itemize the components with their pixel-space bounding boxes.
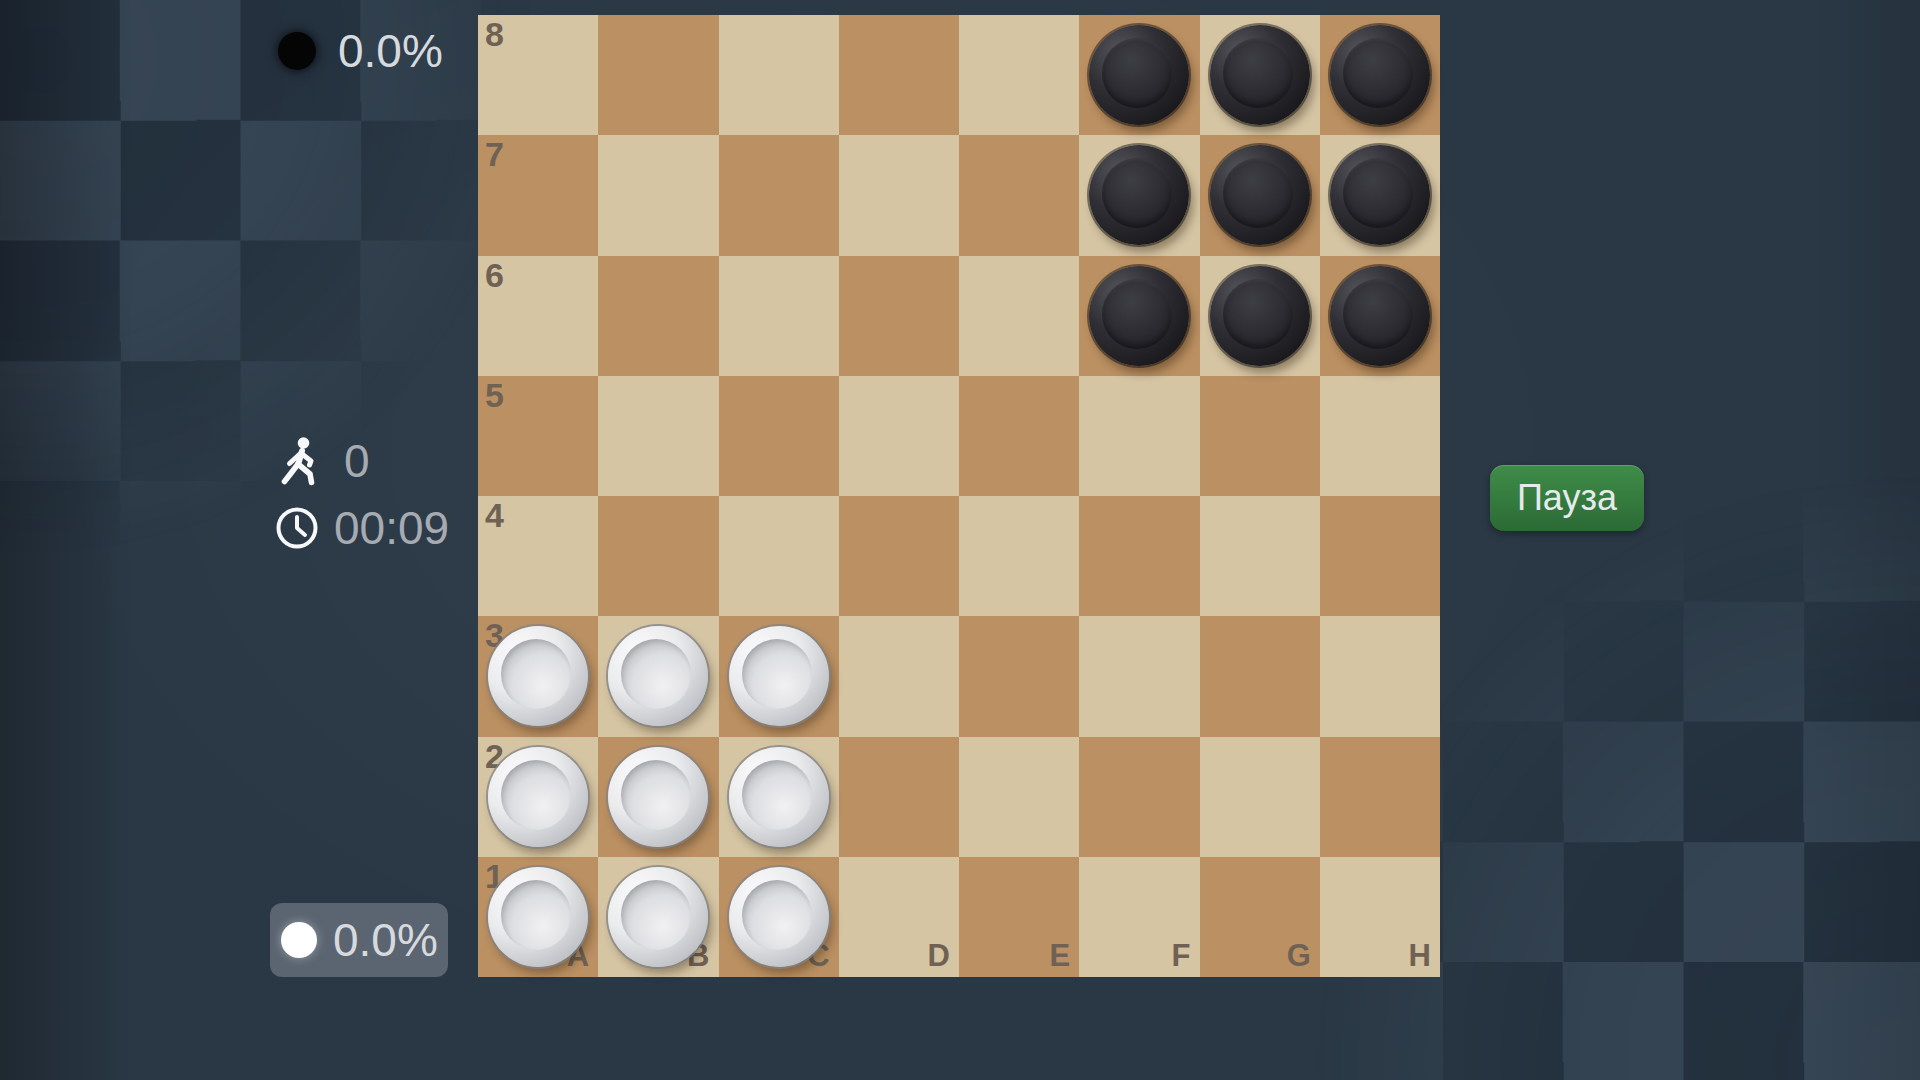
black-player-stats: 0.0% [278,28,443,74]
rank-label: 8 [485,17,504,51]
square-d7[interactable] [839,135,959,255]
square-e5[interactable] [959,376,1079,496]
square-c6[interactable] [719,256,839,376]
white-piece[interactable] [729,626,829,726]
file-label: F [1172,940,1191,971]
square-d1[interactable]: D [839,857,959,977]
square-g7[interactable] [1200,135,1320,255]
square-f3[interactable] [1079,616,1199,736]
square-a3[interactable]: 3 [478,616,598,736]
square-h4[interactable] [1320,496,1440,616]
white-piece[interactable] [608,626,708,726]
black-piece[interactable] [1210,25,1310,125]
square-h3[interactable] [1320,616,1440,736]
white-player-stats: 0.0% [270,903,448,977]
walking-person-icon [278,436,320,486]
clock-icon [275,506,319,550]
square-g2[interactable] [1200,737,1320,857]
square-b6[interactable] [598,256,718,376]
timer-value: 00:09 [334,505,449,551]
black-piece[interactable] [1089,266,1189,366]
black-piece[interactable] [1210,145,1310,245]
square-b3[interactable] [598,616,718,736]
black-piece[interactable] [1330,25,1430,125]
square-e3[interactable] [959,616,1079,736]
square-e2[interactable] [959,737,1079,857]
square-f8[interactable] [1079,15,1199,135]
black-piece[interactable] [1330,145,1430,245]
square-d5[interactable] [839,376,959,496]
square-e6[interactable] [959,256,1079,376]
square-e1[interactable]: E [959,857,1079,977]
square-g5[interactable] [1200,376,1320,496]
square-h2[interactable] [1320,737,1440,857]
white-piece[interactable] [488,626,588,726]
square-c2[interactable] [719,737,839,857]
board: 87654321ABCDEFGH [478,15,1440,977]
square-g1[interactable]: G [1200,857,1320,977]
square-h8[interactable] [1320,15,1440,135]
square-f4[interactable] [1079,496,1199,616]
square-h5[interactable] [1320,376,1440,496]
square-c5[interactable] [719,376,839,496]
square-d4[interactable] [839,496,959,616]
square-h7[interactable] [1320,135,1440,255]
game-timer: 00:09 [275,505,449,551]
white-piece[interactable] [488,747,588,847]
file-label: G [1287,940,1311,971]
square-a2[interactable]: 2 [478,737,598,857]
square-b2[interactable] [598,737,718,857]
square-c1[interactable]: C [719,857,839,977]
white-piece[interactable] [608,867,708,967]
black-circle-icon [278,32,316,70]
square-a1[interactable]: 1A [478,857,598,977]
square-g3[interactable] [1200,616,1320,736]
move-count-value: 0 [344,438,370,484]
black-piece[interactable] [1210,266,1310,366]
square-f7[interactable] [1079,135,1199,255]
square-a7[interactable]: 7 [478,135,598,255]
square-h1[interactable]: H [1320,857,1440,977]
rank-label: 6 [485,258,504,292]
square-f5[interactable] [1079,376,1199,496]
square-b8[interactable] [598,15,718,135]
rank-label: 7 [485,137,504,171]
square-a8[interactable]: 8 [478,15,598,135]
square-c3[interactable] [719,616,839,736]
rank-label: 4 [485,498,504,532]
square-g8[interactable] [1200,15,1320,135]
rank-label: 5 [485,378,504,412]
black-piece[interactable] [1089,25,1189,125]
square-e7[interactable] [959,135,1079,255]
square-d3[interactable] [839,616,959,736]
square-c4[interactable] [719,496,839,616]
square-d8[interactable] [839,15,959,135]
file-label: H [1409,940,1431,971]
square-g4[interactable] [1200,496,1320,616]
file-label: E [1050,940,1071,971]
square-e4[interactable] [959,496,1079,616]
square-a4[interactable]: 4 [478,496,598,616]
white-player-percent: 0.0% [333,917,438,963]
white-piece[interactable] [729,747,829,847]
square-f2[interactable] [1079,737,1199,857]
pause-button[interactable]: Пауза [1490,465,1644,531]
square-f1[interactable]: F [1079,857,1199,977]
square-b4[interactable] [598,496,718,616]
square-b7[interactable] [598,135,718,255]
white-piece[interactable] [608,747,708,847]
square-h6[interactable] [1320,256,1440,376]
file-label: D [928,940,950,971]
square-a6[interactable]: 6 [478,256,598,376]
square-c7[interactable] [719,135,839,255]
square-a5[interactable]: 5 [478,376,598,496]
black-player-percent: 0.0% [338,28,443,74]
square-d6[interactable] [839,256,959,376]
square-d2[interactable] [839,737,959,857]
square-g6[interactable] [1200,256,1320,376]
square-e8[interactable] [959,15,1079,135]
black-piece[interactable] [1089,145,1189,245]
white-piece[interactable] [729,867,829,967]
white-piece[interactable] [488,867,588,967]
white-circle-icon [281,922,317,958]
square-f6[interactable] [1079,256,1199,376]
black-piece[interactable] [1330,266,1430,366]
square-c8[interactable] [719,15,839,135]
square-b1[interactable]: B [598,857,718,977]
square-b5[interactable] [598,376,718,496]
move-counter: 0 [278,436,370,486]
